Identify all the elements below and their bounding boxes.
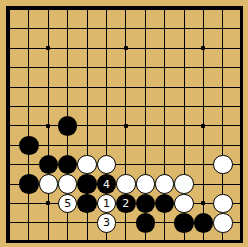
black-stone	[174, 213, 193, 232]
intersection[interactable]	[174, 19, 193, 38]
intersection[interactable]	[116, 19, 135, 38]
intersection[interactable]	[155, 77, 174, 96]
intersection[interactable]	[39, 233, 58, 247]
intersection[interactable]	[116, 39, 135, 58]
intersection[interactable]	[116, 116, 135, 135]
intersection[interactable]	[39, 155, 58, 174]
intersection[interactable]	[19, 0, 38, 19]
intersection[interactable]	[77, 233, 96, 247]
intersection[interactable]	[194, 19, 213, 38]
black-stone	[58, 116, 77, 135]
intersection[interactable]	[97, 58, 116, 77]
intersection[interactable]	[39, 174, 58, 193]
white-stone	[174, 174, 193, 193]
intersection[interactable]	[116, 213, 135, 232]
intersection[interactable]	[0, 97, 19, 116]
intersection[interactable]	[233, 155, 248, 174]
intersection[interactable]	[233, 213, 248, 232]
intersection[interactable]	[213, 58, 232, 77]
intersection[interactable]	[39, 0, 58, 19]
intersection[interactable]: 4	[97, 174, 116, 193]
intersection[interactable]	[77, 136, 96, 155]
intersection[interactable]	[39, 58, 58, 77]
intersection[interactable]	[97, 233, 116, 247]
intersection[interactable]	[233, 58, 248, 77]
intersection[interactable]	[174, 136, 193, 155]
intersection[interactable]	[39, 116, 58, 135]
intersection[interactable]	[136, 97, 155, 116]
intersection[interactable]	[58, 97, 77, 116]
intersection[interactable]	[136, 174, 155, 193]
intersection[interactable]	[155, 39, 174, 58]
white-stone	[58, 174, 77, 193]
intersection[interactable]	[174, 77, 193, 96]
intersection[interactable]	[19, 116, 38, 135]
intersection[interactable]	[0, 58, 19, 77]
intersection[interactable]	[0, 116, 19, 135]
intersection[interactable]	[194, 116, 213, 135]
intersection[interactable]	[77, 116, 96, 135]
intersection[interactable]	[0, 136, 19, 155]
intersection[interactable]	[58, 155, 77, 174]
intersection[interactable]	[194, 233, 213, 247]
black-stone	[58, 155, 77, 174]
intersection[interactable]	[19, 97, 38, 116]
intersection[interactable]	[19, 77, 38, 96]
intersection[interactable]	[194, 39, 213, 58]
star-point	[46, 46, 50, 50]
intersection[interactable]	[97, 0, 116, 19]
intersection[interactable]	[97, 155, 116, 174]
black-stone	[19, 174, 38, 193]
intersection[interactable]	[155, 97, 174, 116]
intersection[interactable]	[233, 136, 248, 155]
intersection[interactable]	[0, 77, 19, 96]
intersection[interactable]	[213, 233, 232, 247]
intersection[interactable]	[39, 39, 58, 58]
intersection[interactable]	[58, 58, 77, 77]
intersection[interactable]	[116, 155, 135, 174]
move-number-label: 3	[103, 217, 110, 228]
intersection[interactable]: 1	[97, 194, 116, 213]
intersection[interactable]	[194, 97, 213, 116]
black-stone	[194, 213, 213, 232]
intersection[interactable]	[116, 58, 135, 77]
star-point	[201, 124, 205, 128]
intersection[interactable]	[155, 19, 174, 38]
intersection[interactable]	[19, 39, 38, 58]
black-stone	[77, 194, 96, 213]
intersection[interactable]	[58, 213, 77, 232]
white-stone	[213, 213, 232, 232]
intersection[interactable]	[136, 0, 155, 19]
intersection[interactable]	[155, 194, 174, 213]
star-point	[46, 201, 50, 205]
intersection[interactable]	[136, 233, 155, 247]
intersection[interactable]	[174, 0, 193, 19]
intersection[interactable]	[116, 174, 135, 193]
black-stone: 4	[97, 174, 116, 193]
white-stone	[213, 155, 232, 174]
intersection[interactable]	[0, 39, 19, 58]
intersection[interactable]	[0, 0, 19, 19]
intersection[interactable]	[58, 136, 77, 155]
intersection[interactable]	[39, 77, 58, 96]
intersection[interactable]	[19, 136, 38, 155]
intersection[interactable]: 5	[58, 194, 77, 213]
intersection[interactable]	[77, 213, 96, 232]
intersection[interactable]	[174, 116, 193, 135]
intersection[interactable]	[19, 155, 38, 174]
white-stone	[213, 194, 232, 213]
star-point	[46, 124, 50, 128]
intersection[interactable]	[136, 136, 155, 155]
white-stone	[97, 155, 116, 174]
intersection[interactable]	[136, 77, 155, 96]
intersection[interactable]	[77, 0, 96, 19]
white-stone	[39, 174, 58, 193]
intersection[interactable]	[155, 213, 174, 232]
intersection[interactable]	[58, 233, 77, 247]
intersection[interactable]	[19, 213, 38, 232]
star-point	[124, 46, 128, 50]
intersection[interactable]	[116, 0, 135, 19]
intersection[interactable]	[77, 194, 96, 213]
intersection[interactable]: 3	[97, 213, 116, 232]
move-number-label: 5	[64, 198, 71, 209]
intersection[interactable]	[136, 194, 155, 213]
white-stone: 1	[97, 194, 116, 213]
intersection[interactable]	[233, 0, 248, 19]
intersection[interactable]	[77, 58, 96, 77]
intersection[interactable]	[77, 174, 96, 193]
intersection[interactable]	[97, 39, 116, 58]
intersection[interactable]	[0, 194, 19, 213]
intersection[interactable]	[194, 77, 213, 96]
intersection[interactable]	[97, 19, 116, 38]
intersection[interactable]	[136, 213, 155, 232]
white-stone	[174, 194, 193, 213]
intersection[interactable]	[58, 19, 77, 38]
intersection[interactable]	[194, 213, 213, 232]
intersection[interactable]	[0, 19, 19, 38]
black-stone	[155, 194, 174, 213]
go-diagram: 45123	[0, 0, 247, 247]
intersection[interactable]	[39, 19, 58, 38]
intersection[interactable]	[213, 155, 232, 174]
intersection[interactable]	[194, 194, 213, 213]
intersection[interactable]	[155, 0, 174, 19]
intersection[interactable]	[39, 194, 58, 213]
intersection[interactable]	[174, 97, 193, 116]
intersection[interactable]	[136, 155, 155, 174]
intersection[interactable]	[77, 39, 96, 58]
intersection[interactable]	[174, 194, 193, 213]
intersection[interactable]	[0, 174, 19, 193]
intersection[interactable]	[19, 174, 38, 193]
intersection[interactable]	[233, 116, 248, 135]
intersection[interactable]	[58, 0, 77, 19]
star-point	[201, 201, 205, 205]
intersection[interactable]	[194, 155, 213, 174]
intersection[interactable]	[58, 39, 77, 58]
star-point	[201, 46, 205, 50]
intersection[interactable]	[155, 155, 174, 174]
intersection[interactable]	[233, 39, 248, 58]
black-stone	[39, 155, 58, 174]
move-number-label: 1	[103, 198, 110, 209]
intersection[interactable]	[116, 77, 135, 96]
white-stone	[155, 174, 174, 193]
white-stone	[136, 174, 155, 193]
intersection[interactable]	[116, 233, 135, 247]
intersection[interactable]	[233, 97, 248, 116]
intersection[interactable]	[39, 213, 58, 232]
intersection[interactable]	[97, 136, 116, 155]
intersection[interactable]	[19, 19, 38, 38]
move-number-label: 2	[122, 198, 129, 209]
intersection[interactable]	[233, 194, 248, 213]
intersection[interactable]	[116, 136, 135, 155]
intersection[interactable]	[77, 155, 96, 174]
white-stone: 5	[58, 194, 77, 213]
go-board: 45123	[0, 0, 247, 247]
intersection[interactable]	[174, 39, 193, 58]
intersection[interactable]	[213, 97, 232, 116]
intersection[interactable]	[194, 58, 213, 77]
intersection[interactable]	[77, 77, 96, 96]
intersection[interactable]	[174, 58, 193, 77]
intersection[interactable]	[19, 194, 38, 213]
intersection[interactable]	[194, 174, 213, 193]
intersection[interactable]	[97, 97, 116, 116]
intersection[interactable]	[233, 77, 248, 96]
intersection[interactable]	[213, 116, 232, 135]
intersection[interactable]	[77, 97, 96, 116]
intersection[interactable]	[0, 213, 19, 232]
intersection[interactable]	[58, 174, 77, 193]
intersection[interactable]	[39, 136, 58, 155]
intersection[interactable]	[213, 77, 232, 96]
intersection[interactable]	[58, 77, 77, 96]
intersection[interactable]	[136, 19, 155, 38]
intersection[interactable]	[116, 97, 135, 116]
intersection[interactable]	[77, 19, 96, 38]
intersection[interactable]	[194, 136, 213, 155]
intersection[interactable]	[155, 58, 174, 77]
black-stone	[19, 136, 38, 155]
white-stone	[116, 174, 135, 193]
intersection[interactable]	[97, 77, 116, 96]
intersection[interactable]	[155, 174, 174, 193]
intersection[interactable]	[174, 155, 193, 174]
intersection[interactable]	[233, 19, 248, 38]
intersection[interactable]	[213, 136, 232, 155]
intersection[interactable]	[174, 213, 193, 232]
intersection[interactable]	[213, 0, 232, 19]
intersection[interactable]	[213, 19, 232, 38]
intersection[interactable]	[155, 233, 174, 247]
intersection[interactable]	[19, 58, 38, 77]
star-point	[124, 124, 128, 128]
intersection[interactable]	[233, 233, 248, 247]
intersection[interactable]	[155, 136, 174, 155]
move-number-label: 4	[103, 179, 110, 190]
intersection[interactable]	[174, 174, 193, 193]
intersection[interactable]	[136, 116, 155, 135]
intersection[interactable]	[39, 97, 58, 116]
intersection[interactable]: 2	[116, 194, 135, 213]
intersection[interactable]	[213, 213, 232, 232]
black-stone: 2	[116, 194, 135, 213]
intersection[interactable]	[136, 39, 155, 58]
intersection[interactable]	[155, 116, 174, 135]
intersection[interactable]	[0, 155, 19, 174]
intersection[interactable]	[213, 39, 232, 58]
intersection[interactable]	[0, 233, 19, 247]
intersection[interactable]	[58, 116, 77, 135]
intersection[interactable]	[213, 174, 232, 193]
black-stone	[136, 194, 155, 213]
black-stone	[77, 174, 96, 193]
black-stone	[136, 213, 155, 232]
intersection[interactable]	[19, 233, 38, 247]
white-stone	[77, 155, 96, 174]
intersection[interactable]	[194, 0, 213, 19]
intersection[interactable]	[97, 116, 116, 135]
white-stone: 3	[97, 213, 116, 232]
intersection[interactable]	[174, 233, 193, 247]
intersection[interactable]	[136, 58, 155, 77]
intersection[interactable]	[213, 194, 232, 213]
intersection[interactable]	[233, 174, 248, 193]
